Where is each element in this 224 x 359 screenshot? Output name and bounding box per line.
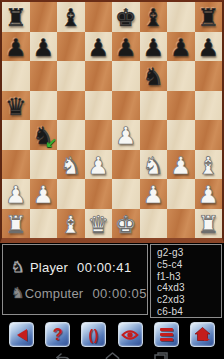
chess-board: ♜♝♚♝♜♟♟♟♟♟♟♟♞♛♞↙♟♞♟♞♟♝♟♟♟♟♜♝♛♚♜ xyxy=(0,0,224,243)
move-list[interactable]: g2-g3c5-c4f1-h3c4xd3c2xd3c6-b4 xyxy=(150,244,222,318)
gray-knight-icon: ♞ xyxy=(11,286,25,301)
clock-panel: ♞ Player 00:00:41 ♞ Computer 00:00:05 xyxy=(2,244,148,315)
square-f6[interactable]: ♞ xyxy=(140,61,168,91)
menu-button[interactable] xyxy=(154,322,179,347)
move-item: f1-h3 xyxy=(157,271,221,283)
square-d4[interactable] xyxy=(85,120,113,150)
square-b2[interactable]: ♟ xyxy=(30,179,58,209)
square-e7[interactable]: ♟ xyxy=(112,32,140,62)
white-knight: ♞ xyxy=(60,151,82,178)
square-h3[interactable]: ♝ xyxy=(195,150,223,180)
square-f4[interactable] xyxy=(140,120,168,150)
square-e8[interactable]: ♚ xyxy=(112,2,140,32)
square-f5[interactable] xyxy=(140,91,168,121)
computer-label: Computer xyxy=(25,286,84,301)
square-a7[interactable]: ♟ xyxy=(2,32,30,62)
android-nav-bar xyxy=(0,352,224,359)
black-pawn: ♟ xyxy=(142,33,164,60)
square-h6[interactable] xyxy=(195,61,223,91)
eye-icon xyxy=(121,329,139,341)
square-g4[interactable] xyxy=(167,120,195,150)
nav-recents-icon[interactable] xyxy=(154,352,168,359)
replay-button[interactable]: () xyxy=(81,322,106,347)
square-c5[interactable] xyxy=(57,91,85,121)
square-h2[interactable]: ♟ xyxy=(195,179,223,209)
move-item: c4xd3 xyxy=(157,282,221,294)
square-f1[interactable] xyxy=(140,209,168,239)
square-h1[interactable]: ♜ xyxy=(195,209,223,239)
black-pawn: ♟ xyxy=(87,33,109,60)
square-a5[interactable]: ♛ xyxy=(2,91,30,121)
board-grid: ♜♝♚♝♜♟♟♟♟♟♟♟♞♛♞↙♟♞♟♞♟♝♟♟♟♟♜♝♛♚♜ xyxy=(2,2,222,238)
house-icon xyxy=(194,327,211,342)
white-king: ♚ xyxy=(115,210,137,237)
square-c3[interactable]: ♞ xyxy=(57,150,85,180)
square-b4[interactable]: ♞↙ xyxy=(30,120,58,150)
square-a6[interactable] xyxy=(2,61,30,91)
square-f2[interactable]: ♟ xyxy=(140,179,168,209)
black-pawn: ♟ xyxy=(170,33,192,60)
move-item: c2xd3 xyxy=(157,294,221,306)
square-a1[interactable]: ♜ xyxy=(2,209,30,239)
white-bishop: ♝ xyxy=(60,210,82,237)
square-b6[interactable] xyxy=(30,61,58,91)
square-b7[interactable]: ♟ xyxy=(30,32,58,62)
rotate-arrows-icon: () xyxy=(89,327,100,342)
hint-button[interactable]: ? xyxy=(45,322,70,347)
square-c4[interactable] xyxy=(57,120,85,150)
square-g8[interactable] xyxy=(167,2,195,32)
black-pawn: ♟ xyxy=(115,33,137,60)
black-rook: ♜ xyxy=(197,3,219,30)
last-move-arrow-icon: ↙ xyxy=(45,136,57,150)
square-g7[interactable]: ♟ xyxy=(167,32,195,62)
square-f3[interactable]: ♞ xyxy=(140,150,168,180)
white-pawn: ♟ xyxy=(5,180,27,207)
square-h7[interactable]: ♟ xyxy=(195,32,223,62)
black-rook: ♜ xyxy=(5,3,27,30)
white-pawn: ♟ xyxy=(170,151,192,178)
square-a8[interactable]: ♜ xyxy=(2,2,30,32)
square-d1[interactable]: ♛ xyxy=(85,209,113,239)
square-c2[interactable] xyxy=(57,179,85,209)
player-time: 00:00:41 xyxy=(77,260,132,275)
square-f8[interactable]: ♝ xyxy=(140,2,168,32)
black-pawn: ♟ xyxy=(32,33,54,60)
info-panels: ♞ Player 00:00:41 ♞ Computer 00:00:05 g2… xyxy=(2,244,222,318)
square-h5[interactable] xyxy=(195,91,223,121)
square-g2[interactable] xyxy=(167,179,195,209)
square-b3[interactable] xyxy=(30,150,58,180)
back-button[interactable] xyxy=(9,322,34,347)
black-king: ♚ xyxy=(115,3,137,30)
player-label: Player xyxy=(30,260,68,275)
exit-button[interactable] xyxy=(190,322,215,347)
white-bishop: ♝ xyxy=(197,151,219,178)
black-bishop: ♝ xyxy=(60,3,82,30)
square-d8[interactable] xyxy=(85,2,113,32)
square-a4[interactable] xyxy=(2,120,30,150)
white-pawn: ♟ xyxy=(32,180,54,207)
back-triangle-icon xyxy=(17,329,27,341)
question-mark-icon: ? xyxy=(53,327,63,343)
square-d6[interactable] xyxy=(85,61,113,91)
black-pawn: ♟ xyxy=(197,33,219,60)
square-e3[interactable] xyxy=(112,150,140,180)
square-d3[interactable]: ♟ xyxy=(85,150,113,180)
black-knight-icon: ♞ xyxy=(11,260,30,275)
square-b5[interactable] xyxy=(30,91,58,121)
black-bishop: ♝ xyxy=(142,3,164,30)
toolbar: ? () xyxy=(0,322,224,347)
black-knight: ♞ xyxy=(142,62,164,89)
square-g6[interactable] xyxy=(167,61,195,91)
analysis-button[interactable] xyxy=(118,322,143,347)
white-pawn: ♟ xyxy=(197,180,219,207)
square-g3[interactable]: ♟ xyxy=(167,150,195,180)
square-b8[interactable] xyxy=(30,2,58,32)
white-rook: ♜ xyxy=(5,210,27,237)
nav-home-icon[interactable] xyxy=(105,352,120,359)
square-e2[interactable] xyxy=(112,179,140,209)
square-h4[interactable] xyxy=(195,120,223,150)
menu-bars-icon xyxy=(160,326,173,343)
square-b1[interactable] xyxy=(30,209,58,239)
square-c7[interactable] xyxy=(57,32,85,62)
white-queen: ♛ xyxy=(87,210,109,237)
square-c1[interactable]: ♝ xyxy=(57,209,85,239)
move-item: g2-g3 xyxy=(157,247,221,259)
move-item: c5-c4 xyxy=(157,259,221,271)
square-c8[interactable]: ♝ xyxy=(57,2,85,32)
square-f7[interactable]: ♟ xyxy=(140,32,168,62)
square-a3[interactable] xyxy=(2,150,30,180)
square-a2[interactable]: ♟ xyxy=(2,179,30,209)
square-d7[interactable]: ♟ xyxy=(85,32,113,62)
square-c6[interactable] xyxy=(57,61,85,91)
player-clock: ♞ Player 00:00:41 xyxy=(11,254,147,280)
white-rook: ♜ xyxy=(197,210,219,237)
white-knight: ♞ xyxy=(142,151,164,178)
black-queen: ♛ xyxy=(5,92,27,119)
white-pawn: ♟ xyxy=(142,180,164,207)
square-e6[interactable] xyxy=(112,61,140,91)
square-d5[interactable] xyxy=(85,91,113,121)
square-d2[interactable] xyxy=(85,179,113,209)
square-e4[interactable]: ♟ xyxy=(112,120,140,150)
square-h8[interactable]: ♜ xyxy=(195,2,223,32)
white-pawn: ♟ xyxy=(87,151,109,178)
computer-time: 00:00:05 xyxy=(92,286,147,301)
square-e1[interactable]: ♚ xyxy=(112,209,140,239)
computer-clock: ♞ Computer 00:00:05 xyxy=(11,280,147,306)
square-e5[interactable] xyxy=(112,91,140,121)
white-pawn: ♟ xyxy=(115,121,137,148)
black-pawn: ♟ xyxy=(5,33,27,60)
move-item: c6-b4 xyxy=(157,306,221,318)
square-g5[interactable] xyxy=(167,91,195,121)
nav-back-icon[interactable] xyxy=(56,353,71,359)
square-g1[interactable] xyxy=(167,209,195,239)
